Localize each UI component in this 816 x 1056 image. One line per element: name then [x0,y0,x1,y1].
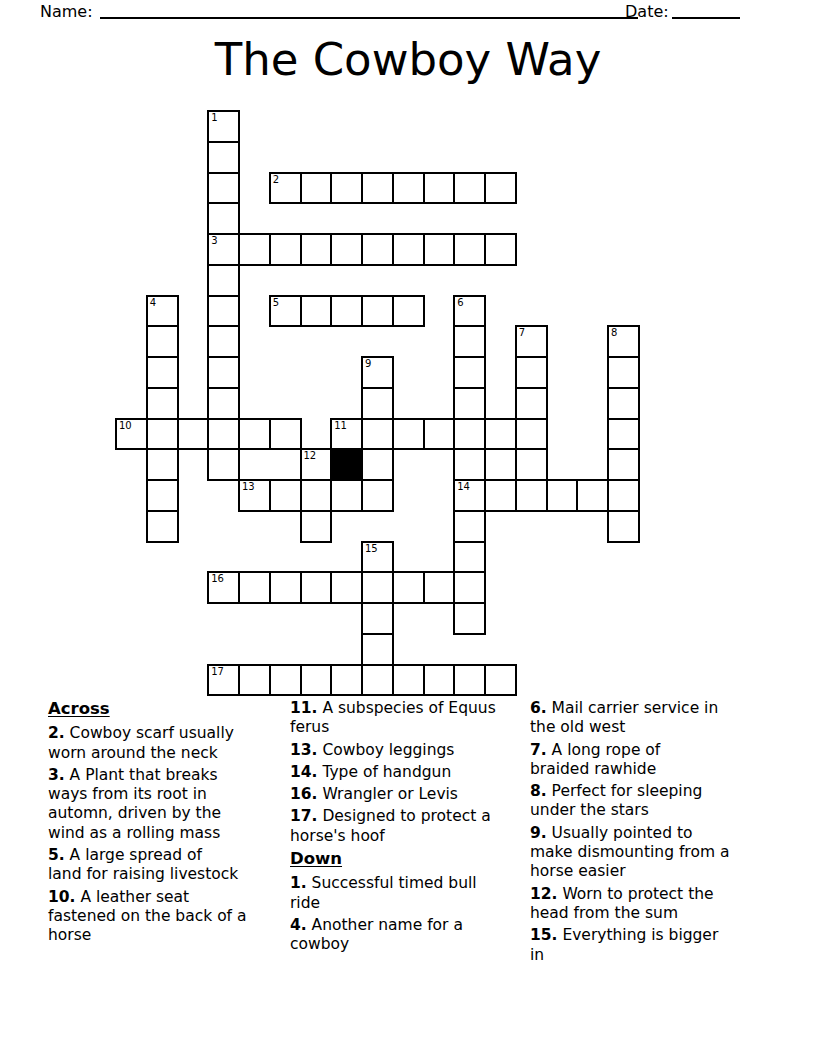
grid-cell[interactable] [269,479,302,512]
cell-number: 15 [365,543,378,554]
grid-cell[interactable]: 15 [361,541,394,574]
clue-number: 2. [48,724,65,742]
grid-cell[interactable] [146,448,179,481]
grid-cell[interactable] [207,295,240,328]
grid-cell[interactable] [269,571,302,604]
clue-number: 8. [530,782,547,800]
cell-number: 11 [334,420,347,431]
grid-cell[interactable] [423,233,456,266]
clue-number: 9. [530,824,547,842]
clue-9-down: 9. Usually pointed to make dismounting f… [530,824,790,882]
cell-number: 6 [457,297,463,308]
cell-number: 2 [273,174,279,185]
grid-cell[interactable]: 7 [515,325,548,358]
grid-cell[interactable]: 13 [238,479,271,512]
worksheet-header: Name: Date: [40,2,740,22]
grid-cell[interactable] [238,571,271,604]
cell-number: 4 [150,297,156,308]
grid-cell[interactable] [423,172,456,205]
grid-cell[interactable] [361,479,394,512]
grid-cell[interactable] [453,571,486,604]
cell-number: 9 [365,358,371,369]
cell-number: 16 [211,573,224,584]
grid-cell[interactable] [330,233,363,266]
clue-number: 6. [530,699,547,717]
grid-cell[interactable] [146,418,179,451]
date-blank-line[interactable] [672,2,740,19]
grid-cell[interactable] [515,448,548,481]
grid-cell[interactable] [392,418,425,451]
grid-cell[interactable]: 8 [607,325,640,358]
grid-cell[interactable] [269,664,302,697]
grid-cell[interactable] [300,479,333,512]
grid-cell[interactable] [515,356,548,389]
page-title: The Cowboy Way [0,33,816,86]
clue-number: 10. [48,888,75,906]
grid-cell[interactable] [515,479,548,512]
grid-cell[interactable] [423,664,456,697]
crossword-grid: 1234567891011121314151617 [115,110,640,697]
grid-cell[interactable] [453,510,486,543]
grid-cell[interactable]: 12 [300,448,333,481]
clues-column-1: Across2. Cowboy scarf usually worn aroun… [48,699,298,949]
grid-cell[interactable] [330,295,363,328]
grid-cell[interactable] [453,418,486,451]
grid-cell[interactable]: 11 [330,418,363,451]
cell-number: 13 [242,481,255,492]
clue-number: 16. [290,785,317,803]
clue-5-across: 5. A large spread of land for raising li… [48,846,298,885]
name-blank-line[interactable] [100,2,638,19]
clue-number: 7. [530,741,547,759]
cell-number: 10 [119,420,132,431]
grid-cell[interactable] [207,387,240,420]
grid-cell[interactable] [146,387,179,420]
clue-13-across: 13. Cowboy leggings [290,741,535,760]
grid-cell[interactable] [361,633,394,666]
grid-cell[interactable] [207,448,240,481]
clue-number: 15. [530,926,557,944]
grid-cell[interactable] [484,664,517,697]
clue-10-across: 10. A leather seat fastened on the back … [48,888,298,946]
grid-cell[interactable] [453,387,486,420]
grid-cell[interactable] [361,571,394,604]
grid-cell[interactable] [607,479,640,512]
grid-cell[interactable] [207,356,240,389]
grid-cell[interactable] [361,233,394,266]
grid-cell[interactable] [238,418,271,451]
clue-4-down: 4. Another name for a cowboy [290,916,535,955]
grid-cell[interactable] [330,571,363,604]
grid-cell[interactable] [453,356,486,389]
clue-number: 14. [290,763,317,781]
cell-number: 14 [457,481,470,492]
grid-cell[interactable]: 14 [453,479,486,512]
clue-16-across: 16. Wrangler or Levis [290,785,535,804]
grid-cell[interactable] [361,387,394,420]
grid-cell[interactable] [484,418,517,451]
cell-number: 7 [519,327,525,338]
grid-cell[interactable]: 16 [207,571,240,604]
grid-cell[interactable] [392,172,425,205]
grid-cell[interactable] [361,418,394,451]
grid-cell[interactable] [607,387,640,420]
clue-number: 12. [530,885,557,903]
clue-17-across: 17. Designed to protect a horse's hoof [290,807,535,846]
clue-11-across: 11. A subspecies of Equus ferus [290,699,535,738]
clue-14-across: 14. Type of handgun [290,763,535,782]
grid-cell[interactable] [392,664,425,697]
clue-number: 17. [290,807,317,825]
grid-cell[interactable]: 6 [453,295,486,328]
grid-cell[interactable] [453,602,486,635]
grid-cell[interactable]: 9 [361,356,394,389]
grid-cell[interactable] [300,664,333,697]
grid-cell[interactable] [330,172,363,205]
cell-number: 3 [211,235,217,246]
grid-cell[interactable] [361,295,394,328]
grid-cell[interactable] [423,571,456,604]
grid-cell[interactable] [453,325,486,358]
grid-cell[interactable] [361,172,394,205]
clue-number: 1. [290,874,307,892]
grid-cell[interactable] [300,571,333,604]
clue-3-across: 3. A Plant that breaks ways from its roo… [48,766,298,843]
grid-cell[interactable] [300,172,333,205]
grid-cell[interactable] [453,448,486,481]
clue-15-down: 15. Everything is bigger in [530,926,790,965]
grid-cell[interactable] [392,295,425,328]
grid-cell[interactable] [300,233,333,266]
grid-cell[interactable] [207,264,240,297]
grid-cell[interactable] [453,172,486,205]
clues-column-3: 6. Mail carrier service in the old west7… [530,699,790,968]
grid-cell[interactable] [300,295,333,328]
clue-1-down: 1. Successful timed bull ride [290,874,535,913]
across-header: Across [48,699,298,718]
date-label: Date: [625,2,669,21]
grid-cell[interactable]: 3 [207,233,240,266]
cell-number: 1 [211,112,217,123]
grid-cell[interactable]: 10 [115,418,148,451]
grid-cell[interactable] [484,172,517,205]
grid-cell[interactable] [515,387,548,420]
clues-column-2: 11. A subspecies of Equus ferus13. Cowbo… [290,699,535,958]
clue-number: 13. [290,741,317,759]
cell-number: 12 [304,450,317,461]
grid-cell[interactable] [207,325,240,358]
black-cell [330,448,363,481]
grid-cell[interactable] [361,664,394,697]
clue-12-down: 12. Worn to protect the head from the su… [530,885,790,924]
clue-6-down: 6. Mail carrier service in the old west [530,699,790,738]
cell-number: 17 [211,666,224,677]
clue-number: 4. [290,916,307,934]
grid-cell[interactable] [207,141,240,174]
clue-2-across: 2. Cowboy scarf usually worn around the … [48,724,298,763]
grid-cell[interactable]: 1 [207,110,240,143]
grid-cell[interactable] [546,479,579,512]
grid-cell[interactable] [607,510,640,543]
grid-cell[interactable] [207,172,240,205]
grid-cell[interactable] [207,418,240,451]
clue-8-down: 8. Perfect for sleeping under the stars [530,782,790,821]
name-label: Name: [40,2,93,21]
grid-cell[interactable] [361,602,394,635]
grid-cell[interactable]: 2 [269,172,302,205]
grid-cell[interactable] [607,356,640,389]
grid-cell[interactable] [146,479,179,512]
grid-cell[interactable] [576,479,609,512]
grid-cell[interactable] [607,448,640,481]
grid-cell[interactable] [300,510,333,543]
clue-7-down: 7. A long rope of braided rawhide [530,741,790,780]
grid-cell[interactable] [207,202,240,235]
grid-cell[interactable] [269,233,302,266]
grid-cell[interactable] [453,541,486,574]
grid-cell[interactable] [484,479,517,512]
grid-cell[interactable]: 17 [207,664,240,697]
clue-number: 3. [48,766,65,784]
grid-cell[interactable] [423,418,456,451]
grid-cell[interactable] [269,418,302,451]
grid-cell[interactable] [238,233,271,266]
grid-cell[interactable] [177,418,210,451]
cell-number: 5 [273,297,279,308]
grid-cell[interactable] [453,664,486,697]
grid-cell[interactable] [484,233,517,266]
grid-cell[interactable]: 5 [269,295,302,328]
grid-cell[interactable] [515,418,548,451]
grid-cell[interactable] [607,418,640,451]
clue-number: 5. [48,846,65,864]
grid-cell[interactable] [392,571,425,604]
grid-cell[interactable] [146,356,179,389]
cell-number: 8 [611,327,617,338]
grid-cell[interactable] [361,448,394,481]
grid-cell[interactable] [330,479,363,512]
grid-cell[interactable] [146,325,179,358]
grid-cell[interactable] [238,664,271,697]
down-header: Down [290,849,535,868]
grid-cell[interactable] [330,664,363,697]
grid-cell[interactable] [453,233,486,266]
grid-cell[interactable] [146,510,179,543]
grid-cell[interactable] [392,233,425,266]
grid-cell[interactable]: 4 [146,295,179,328]
clue-number: 11. [290,699,317,717]
